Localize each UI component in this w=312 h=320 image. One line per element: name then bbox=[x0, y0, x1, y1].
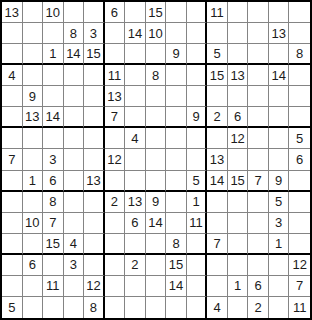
cell-r8c2-empty[interactable] bbox=[23, 149, 44, 170]
cell-r5c14-empty[interactable] bbox=[269, 86, 290, 107]
cell-r13c7-given: 2 bbox=[125, 255, 146, 276]
cell-r1c9-empty[interactable] bbox=[166, 2, 187, 23]
cell-r10c10-given: 1 bbox=[187, 192, 208, 213]
cell-r2c5-given: 3 bbox=[84, 23, 105, 44]
cell-r2c3-empty[interactable] bbox=[43, 23, 64, 44]
cell-r1c15-empty[interactable] bbox=[289, 2, 310, 23]
cell-r7c13-empty[interactable] bbox=[248, 128, 269, 149]
cell-r13c15-given: 12 bbox=[289, 255, 310, 276]
cell-r11c14-given: 3 bbox=[269, 213, 290, 234]
cell-r13c10-empty[interactable] bbox=[187, 255, 208, 276]
cell-r1c3-given: 10 bbox=[43, 2, 64, 23]
cell-r5c3-empty[interactable] bbox=[43, 86, 64, 107]
cell-r5c13-empty[interactable] bbox=[248, 86, 269, 107]
cell-r15c4-empty[interactable] bbox=[64, 297, 85, 318]
cell-r11c4-empty[interactable] bbox=[64, 213, 85, 234]
cell-r4c14-given: 14 bbox=[269, 65, 290, 86]
cell-r3c3-given: 1 bbox=[43, 44, 64, 65]
cell-r14c7-empty[interactable] bbox=[125, 276, 146, 297]
cell-r5c6-given: 13 bbox=[105, 86, 126, 107]
cell-r12c1-empty[interactable] bbox=[2, 234, 23, 255]
cell-r10c4-empty[interactable] bbox=[64, 192, 85, 213]
cell-r8c15-given: 6 bbox=[289, 149, 310, 170]
cell-r8c4-empty[interactable] bbox=[64, 149, 85, 170]
cell-r3c12-empty[interactable] bbox=[228, 44, 249, 65]
cell-r6c6-given: 7 bbox=[105, 107, 126, 128]
cell-r8c5-empty[interactable] bbox=[84, 149, 105, 170]
cell-r11c7-given: 6 bbox=[125, 213, 146, 234]
cell-r4c8-given: 8 bbox=[146, 65, 167, 86]
cell-r2c6-empty[interactable] bbox=[105, 23, 126, 44]
cell-r6c10-given: 9 bbox=[187, 107, 208, 128]
cell-r15c1-given: 5 bbox=[2, 297, 23, 318]
cell-r2c14-given: 13 bbox=[269, 23, 290, 44]
cell-r6c15-empty[interactable] bbox=[289, 107, 310, 128]
cell-r10c8-given: 9 bbox=[146, 192, 167, 213]
cell-r1c14-empty[interactable] bbox=[269, 2, 290, 23]
cell-r11c6-empty[interactable] bbox=[105, 213, 126, 234]
cell-r7c4-empty[interactable] bbox=[64, 128, 85, 149]
cell-r9c4-empty[interactable] bbox=[64, 171, 85, 192]
cell-r8c10-empty[interactable] bbox=[187, 149, 208, 170]
cell-r7c6-empty[interactable] bbox=[105, 128, 126, 149]
cell-r13c3-empty[interactable] bbox=[43, 255, 64, 276]
cell-r11c12-empty[interactable] bbox=[228, 213, 249, 234]
cell-r9c6-empty[interactable] bbox=[105, 171, 126, 192]
cell-r6c4-empty[interactable] bbox=[64, 107, 85, 128]
cell-r12c11-given: 7 bbox=[207, 234, 228, 255]
cell-r4c5-empty[interactable] bbox=[84, 65, 105, 86]
cell-r8c3-given: 3 bbox=[43, 149, 64, 170]
cell-r11c3-given: 7 bbox=[43, 213, 64, 234]
cell-r13c6-empty[interactable] bbox=[105, 255, 126, 276]
cell-r13c13-empty[interactable] bbox=[248, 255, 269, 276]
cell-r1c5-empty[interactable] bbox=[84, 2, 105, 23]
cell-r7c14-empty[interactable] bbox=[269, 128, 290, 149]
cell-r7c2-empty[interactable] bbox=[23, 128, 44, 149]
cell-r1c6-given: 6 bbox=[105, 2, 126, 23]
cell-r15c12-empty[interactable] bbox=[228, 297, 249, 318]
cell-r2c9-empty[interactable] bbox=[166, 23, 187, 44]
cell-r4c7-empty[interactable] bbox=[125, 65, 146, 86]
cell-r3c10-empty[interactable] bbox=[187, 44, 208, 65]
cell-r3c7-empty[interactable] bbox=[125, 44, 146, 65]
cell-r8c14-empty[interactable] bbox=[269, 149, 290, 170]
cell-r6c11-given: 2 bbox=[207, 107, 228, 128]
cell-r6c3-given: 14 bbox=[43, 107, 64, 128]
cell-r10c11-empty[interactable] bbox=[207, 192, 228, 213]
cell-r4c15-empty[interactable] bbox=[289, 65, 310, 86]
cell-r4c11-given: 15 bbox=[207, 65, 228, 86]
cell-r6c12-given: 6 bbox=[228, 107, 249, 128]
cell-r14c5-given: 12 bbox=[84, 276, 105, 297]
cell-r1c1-given: 13 bbox=[2, 2, 23, 23]
cell-r7c10-empty[interactable] bbox=[187, 128, 208, 149]
cell-r4c4-empty[interactable] bbox=[64, 65, 85, 86]
cell-r9c12-given: 15 bbox=[228, 171, 249, 192]
cell-r15c8-empty[interactable] bbox=[146, 297, 167, 318]
cell-r11c15-empty[interactable] bbox=[289, 213, 310, 234]
cell-r12c4-given: 4 bbox=[64, 234, 85, 255]
cell-r11c9-empty[interactable] bbox=[166, 213, 187, 234]
cell-r4c6-given: 11 bbox=[105, 65, 126, 86]
cell-r11c13-empty[interactable] bbox=[248, 213, 269, 234]
cell-r3c1-empty[interactable] bbox=[2, 44, 23, 65]
cell-r9c9-empty[interactable] bbox=[166, 171, 187, 192]
cell-r11c2-given: 10 bbox=[23, 213, 44, 234]
cell-r8c1-given: 7 bbox=[2, 149, 23, 170]
cell-r9c8-empty[interactable] bbox=[146, 171, 167, 192]
cell-r14c15-given: 7 bbox=[289, 276, 310, 297]
cell-r13c14-empty[interactable] bbox=[269, 255, 290, 276]
cell-r10c13-empty[interactable] bbox=[248, 192, 269, 213]
cell-r6c1-empty[interactable] bbox=[2, 107, 23, 128]
cell-r7c1-empty[interactable] bbox=[2, 128, 23, 149]
cell-r7c7-given: 4 bbox=[125, 128, 146, 149]
cell-r6c13-empty[interactable] bbox=[248, 107, 269, 128]
sudoku-board: 1310615118314101311415958411815131491313… bbox=[0, 0, 312, 320]
cell-r12c13-empty[interactable] bbox=[248, 234, 269, 255]
cell-r14c13-given: 6 bbox=[248, 276, 269, 297]
cell-r7c11-empty[interactable] bbox=[207, 128, 228, 149]
cell-r4c13-empty[interactable] bbox=[248, 65, 269, 86]
cell-r3c4-given: 14 bbox=[64, 44, 85, 65]
cell-r3c2-empty[interactable] bbox=[23, 44, 44, 65]
cell-r12c7-empty[interactable] bbox=[125, 234, 146, 255]
cell-r11c11-empty[interactable] bbox=[207, 213, 228, 234]
cell-r12c15-empty[interactable] bbox=[289, 234, 310, 255]
cell-r3c6-empty[interactable] bbox=[105, 44, 126, 65]
cell-r13c8-empty[interactable] bbox=[146, 255, 167, 276]
cell-r11c10-given: 11 bbox=[187, 213, 208, 234]
cell-r7c8-empty[interactable] bbox=[146, 128, 167, 149]
cell-r9c14-given: 9 bbox=[269, 171, 290, 192]
cell-r10c7-given: 13 bbox=[125, 192, 146, 213]
cell-r14c12-given: 1 bbox=[228, 276, 249, 297]
cell-r1c10-empty[interactable] bbox=[187, 2, 208, 23]
cell-r3c9-given: 9 bbox=[166, 44, 187, 65]
cell-r7c9-empty[interactable] bbox=[166, 128, 187, 149]
cell-r9c11-given: 14 bbox=[207, 171, 228, 192]
cell-r13c12-empty[interactable] bbox=[228, 255, 249, 276]
cell-r6c9-empty[interactable] bbox=[166, 107, 187, 128]
cell-r10c14-given: 5 bbox=[269, 192, 290, 213]
cell-r15c6-empty[interactable] bbox=[105, 297, 126, 318]
cell-r7c3-empty[interactable] bbox=[43, 128, 64, 149]
cell-r6c2-given: 13 bbox=[23, 107, 44, 128]
cell-r9c15-empty[interactable] bbox=[289, 171, 310, 192]
cell-r14c9-given: 14 bbox=[166, 276, 187, 297]
cell-r5c1-empty[interactable] bbox=[2, 86, 23, 107]
cell-r14c3-given: 11 bbox=[43, 276, 64, 297]
cell-r14c10-empty[interactable] bbox=[187, 276, 208, 297]
cell-r11c1-empty[interactable] bbox=[2, 213, 23, 234]
cell-r10c6-given: 2 bbox=[105, 192, 126, 213]
cell-r5c8-empty[interactable] bbox=[146, 86, 167, 107]
cell-r12c12-empty[interactable] bbox=[228, 234, 249, 255]
cell-r9c2-given: 1 bbox=[23, 171, 44, 192]
cell-r5c15-empty[interactable] bbox=[289, 86, 310, 107]
cell-r12c8-empty[interactable] bbox=[146, 234, 167, 255]
cell-r5c11-empty[interactable] bbox=[207, 86, 228, 107]
cell-r1c2-empty[interactable] bbox=[23, 2, 44, 23]
cell-r14c14-empty[interactable] bbox=[269, 276, 290, 297]
cell-r14c6-empty[interactable] bbox=[105, 276, 126, 297]
cell-r13c5-empty[interactable] bbox=[84, 255, 105, 276]
cell-r8c8-empty[interactable] bbox=[146, 149, 167, 170]
cell-r11c8-given: 14 bbox=[146, 213, 167, 234]
cell-r4c2-empty[interactable] bbox=[23, 65, 44, 86]
cell-r5c4-empty[interactable] bbox=[64, 86, 85, 107]
cell-r4c1-given: 4 bbox=[2, 65, 23, 86]
cell-r15c9-empty[interactable] bbox=[166, 297, 187, 318]
cell-r14c8-empty[interactable] bbox=[146, 276, 167, 297]
cell-r4c12-given: 13 bbox=[228, 65, 249, 86]
cell-r10c5-empty[interactable] bbox=[84, 192, 105, 213]
cell-r12c5-empty[interactable] bbox=[84, 234, 105, 255]
cell-r11c5-empty[interactable] bbox=[84, 213, 105, 234]
cell-r15c14-empty[interactable] bbox=[269, 297, 290, 318]
cell-r14c1-empty[interactable] bbox=[2, 276, 23, 297]
cell-r4c3-empty[interactable] bbox=[43, 65, 64, 86]
cell-r3c11-given: 5 bbox=[207, 44, 228, 65]
cell-r2c8-given: 10 bbox=[146, 23, 167, 44]
cell-r8c11-given: 13 bbox=[207, 149, 228, 170]
cell-r3c15-given: 8 bbox=[289, 44, 310, 65]
cell-r15c10-empty[interactable] bbox=[187, 297, 208, 318]
cell-r14c11-empty[interactable] bbox=[207, 276, 228, 297]
cell-r1c8-given: 15 bbox=[146, 2, 167, 23]
cell-r14c4-empty[interactable] bbox=[64, 276, 85, 297]
cell-r8c7-empty[interactable] bbox=[125, 149, 146, 170]
cell-r10c2-empty[interactable] bbox=[23, 192, 44, 213]
cell-r4c9-empty[interactable] bbox=[166, 65, 187, 86]
cell-r6c8-empty[interactable] bbox=[146, 107, 167, 128]
cell-r15c5-given: 8 bbox=[84, 297, 105, 318]
cell-r13c4-given: 3 bbox=[64, 255, 85, 276]
cell-r5c9-empty[interactable] bbox=[166, 86, 187, 107]
cell-r5c5-empty[interactable] bbox=[84, 86, 105, 107]
cell-r7c15-given: 5 bbox=[289, 128, 310, 149]
cell-r5c10-empty[interactable] bbox=[187, 86, 208, 107]
cell-r14c2-empty[interactable] bbox=[23, 276, 44, 297]
cell-r2c15-empty[interactable] bbox=[289, 23, 310, 44]
cell-r10c3-given: 8 bbox=[43, 192, 64, 213]
cell-r2c11-empty[interactable] bbox=[207, 23, 228, 44]
cell-r1c12-empty[interactable] bbox=[228, 2, 249, 23]
cell-r10c1-empty[interactable] bbox=[2, 192, 23, 213]
cell-r9c7-empty[interactable] bbox=[125, 171, 146, 192]
cell-r8c13-empty[interactable] bbox=[248, 149, 269, 170]
cell-r2c10-empty[interactable] bbox=[187, 23, 208, 44]
cell-r2c1-empty[interactable] bbox=[2, 23, 23, 44]
cell-r1c4-empty[interactable] bbox=[64, 2, 85, 23]
cell-r1c7-empty[interactable] bbox=[125, 2, 146, 23]
cell-r13c9-given: 15 bbox=[166, 255, 187, 276]
cell-r1c11-given: 11 bbox=[207, 2, 228, 23]
cell-r13c1-empty[interactable] bbox=[2, 255, 23, 276]
cell-r8c12-empty[interactable] bbox=[228, 149, 249, 170]
cell-r3c8-empty[interactable] bbox=[146, 44, 167, 65]
cell-r9c3-given: 6 bbox=[43, 171, 64, 192]
cell-r10c9-empty[interactable] bbox=[166, 192, 187, 213]
cell-r15c13-given: 2 bbox=[248, 297, 269, 318]
cell-r9c1-empty[interactable] bbox=[2, 171, 23, 192]
cell-r9c5-given: 13 bbox=[84, 171, 105, 192]
cell-r12c6-empty[interactable] bbox=[105, 234, 126, 255]
cell-r5c7-empty[interactable] bbox=[125, 86, 146, 107]
cell-r7c5-empty[interactable] bbox=[84, 128, 105, 149]
cell-r12c3-given: 15 bbox=[43, 234, 64, 255]
cell-r3c13-empty[interactable] bbox=[248, 44, 269, 65]
cell-r3c14-empty[interactable] bbox=[269, 44, 290, 65]
cell-r2c12-empty[interactable] bbox=[228, 23, 249, 44]
cell-r5c2-given: 9 bbox=[23, 86, 44, 107]
cell-r6c7-empty[interactable] bbox=[125, 107, 146, 128]
cell-r9c10-given: 5 bbox=[187, 171, 208, 192]
cell-r5c12-empty[interactable] bbox=[228, 86, 249, 107]
cell-r15c15-given: 11 bbox=[289, 297, 310, 318]
cell-r12c9-given: 8 bbox=[166, 234, 187, 255]
cell-r12c14-given: 1 bbox=[269, 234, 290, 255]
cell-r2c2-empty[interactable] bbox=[23, 23, 44, 44]
cell-r15c2-empty[interactable] bbox=[23, 297, 44, 318]
cell-r8c9-empty[interactable] bbox=[166, 149, 187, 170]
cell-r7c12-given: 12 bbox=[228, 128, 249, 149]
cell-r10c12-empty[interactable] bbox=[228, 192, 249, 213]
cell-r3c5-given: 15 bbox=[84, 44, 105, 65]
cell-r2c7-given: 14 bbox=[125, 23, 146, 44]
cell-r13c11-empty[interactable] bbox=[207, 255, 228, 276]
cell-r15c7-empty[interactable] bbox=[125, 297, 146, 318]
cell-r9c13-given: 7 bbox=[248, 171, 269, 192]
cell-r12c10-empty[interactable] bbox=[187, 234, 208, 255]
cell-r2c4-given: 8 bbox=[64, 23, 85, 44]
cell-r10c15-empty[interactable] bbox=[289, 192, 310, 213]
cell-r13c2-given: 6 bbox=[23, 255, 44, 276]
cell-r2c13-empty[interactable] bbox=[248, 23, 269, 44]
cell-r6c5-empty[interactable] bbox=[84, 107, 105, 128]
cell-r4c10-empty[interactable] bbox=[187, 65, 208, 86]
cell-r1c13-empty[interactable] bbox=[248, 2, 269, 23]
cell-r12c2-empty[interactable] bbox=[23, 234, 44, 255]
cell-r15c11-given: 4 bbox=[207, 297, 228, 318]
cell-r6c14-empty[interactable] bbox=[269, 107, 290, 128]
cell-r15c3-empty[interactable] bbox=[43, 297, 64, 318]
cell-r8c6-given: 12 bbox=[105, 149, 126, 170]
